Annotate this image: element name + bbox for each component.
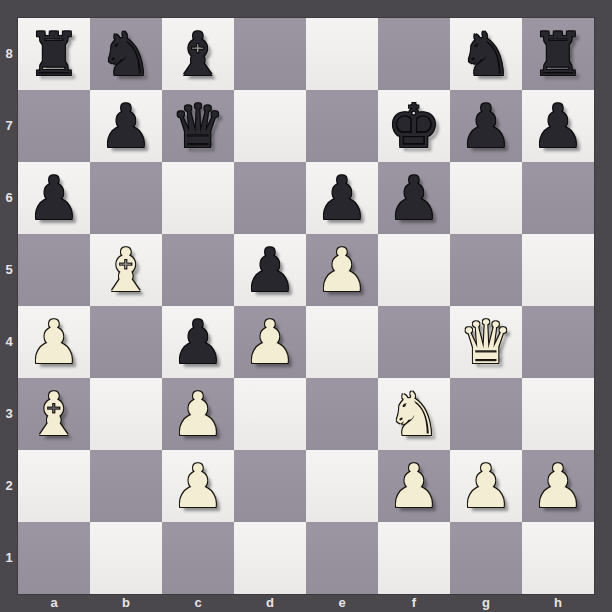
- square-c1[interactable]: [162, 522, 234, 594]
- square-a2[interactable]: [18, 450, 90, 522]
- square-b3[interactable]: [90, 378, 162, 450]
- square-f8[interactable]: [378, 18, 450, 90]
- square-e1[interactable]: [306, 522, 378, 594]
- square-a7[interactable]: [18, 90, 90, 162]
- square-g7[interactable]: ♟: [450, 90, 522, 162]
- black-pawn-icon[interactable]: ♟: [243, 240, 297, 300]
- square-g3[interactable]: [450, 378, 522, 450]
- square-e2[interactable]: [306, 450, 378, 522]
- white-pawn-icon[interactable]: ♟: [171, 384, 225, 444]
- square-f6[interactable]: ♟: [378, 162, 450, 234]
- square-b5[interactable]: ♝: [90, 234, 162, 306]
- rank-label-2: 2: [0, 450, 18, 522]
- file-label-c: c: [162, 594, 234, 612]
- square-g6[interactable]: [450, 162, 522, 234]
- white-pawn-icon[interactable]: ♟: [243, 312, 297, 372]
- square-d8[interactable]: [234, 18, 306, 90]
- white-bishop-icon[interactable]: ♝: [27, 384, 81, 444]
- rank-label-6: 6: [0, 162, 18, 234]
- rank-label-3: 3: [0, 378, 18, 450]
- square-f2[interactable]: ♟: [378, 450, 450, 522]
- square-a6[interactable]: ♟: [18, 162, 90, 234]
- white-queen-icon[interactable]: ♛: [459, 312, 513, 372]
- white-pawn-icon[interactable]: ♟: [387, 456, 441, 516]
- white-bishop-icon[interactable]: ♝: [99, 240, 153, 300]
- black-bishop-icon[interactable]: ♝: [171, 24, 225, 84]
- square-h1[interactable]: [522, 522, 594, 594]
- square-a4[interactable]: ♟: [18, 306, 90, 378]
- square-c5[interactable]: [162, 234, 234, 306]
- square-b7[interactable]: ♟: [90, 90, 162, 162]
- square-d3[interactable]: [234, 378, 306, 450]
- square-b6[interactable]: [90, 162, 162, 234]
- square-c8[interactable]: ♝: [162, 18, 234, 90]
- square-c4[interactable]: ♟: [162, 306, 234, 378]
- square-h6[interactable]: [522, 162, 594, 234]
- white-pawn-icon[interactable]: ♟: [459, 456, 513, 516]
- square-h4[interactable]: [522, 306, 594, 378]
- square-d2[interactable]: [234, 450, 306, 522]
- square-e7[interactable]: [306, 90, 378, 162]
- square-f5[interactable]: [378, 234, 450, 306]
- file-labels: abcdefgh: [18, 594, 594, 612]
- black-pawn-icon[interactable]: ♟: [531, 96, 585, 156]
- black-knight-icon[interactable]: ♞: [99, 24, 153, 84]
- square-g4[interactable]: ♛: [450, 306, 522, 378]
- chess-board-frame: 87654321 ♜♞♝♞♜♟♛♚♟♟♟♟♟♝♟♟♟♟♟♛♝♟♞♟♟♟♟ abc…: [0, 0, 612, 612]
- square-d5[interactable]: ♟: [234, 234, 306, 306]
- square-d1[interactable]: [234, 522, 306, 594]
- square-b8[interactable]: ♞: [90, 18, 162, 90]
- square-e4[interactable]: [306, 306, 378, 378]
- black-king-icon[interactable]: ♚: [387, 96, 441, 156]
- square-e3[interactable]: [306, 378, 378, 450]
- square-f4[interactable]: [378, 306, 450, 378]
- rank-label-7: 7: [0, 90, 18, 162]
- square-b2[interactable]: [90, 450, 162, 522]
- file-label-f: f: [378, 594, 450, 612]
- black-pawn-icon[interactable]: ♟: [315, 168, 369, 228]
- square-g5[interactable]: [450, 234, 522, 306]
- black-pawn-icon[interactable]: ♟: [459, 96, 513, 156]
- square-f1[interactable]: [378, 522, 450, 594]
- square-h3[interactable]: [522, 378, 594, 450]
- white-pawn-icon[interactable]: ♟: [531, 456, 585, 516]
- file-label-h: h: [522, 594, 594, 612]
- file-label-d: d: [234, 594, 306, 612]
- black-pawn-icon[interactable]: ♟: [99, 96, 153, 156]
- square-h2[interactable]: ♟: [522, 450, 594, 522]
- rank-label-8: 8: [0, 18, 18, 90]
- black-rook-icon[interactable]: ♜: [531, 24, 585, 84]
- square-d4[interactable]: ♟: [234, 306, 306, 378]
- square-a5[interactable]: [18, 234, 90, 306]
- square-a8[interactable]: ♜: [18, 18, 90, 90]
- black-pawn-icon[interactable]: ♟: [27, 168, 81, 228]
- square-b1[interactable]: [90, 522, 162, 594]
- file-label-a: a: [18, 594, 90, 612]
- file-label-b: b: [90, 594, 162, 612]
- rank-labels: 87654321: [0, 18, 18, 594]
- file-label-g: g: [450, 594, 522, 612]
- square-e6[interactable]: ♟: [306, 162, 378, 234]
- square-e5[interactable]: ♟: [306, 234, 378, 306]
- square-c7[interactable]: ♛: [162, 90, 234, 162]
- square-g2[interactable]: ♟: [450, 450, 522, 522]
- white-knight-icon[interactable]: ♞: [387, 384, 441, 444]
- square-h5[interactable]: [522, 234, 594, 306]
- chess-board: ♜♞♝♞♜♟♛♚♟♟♟♟♟♝♟♟♟♟♟♛♝♟♞♟♟♟♟: [18, 18, 594, 594]
- square-c2[interactable]: ♟: [162, 450, 234, 522]
- file-label-e: e: [306, 594, 378, 612]
- rank-label-5: 5: [0, 234, 18, 306]
- black-queen-icon[interactable]: ♛: [171, 96, 225, 156]
- square-h7[interactable]: ♟: [522, 90, 594, 162]
- square-g8[interactable]: ♞: [450, 18, 522, 90]
- rank-label-4: 4: [0, 306, 18, 378]
- white-pawn-icon[interactable]: ♟: [27, 312, 81, 372]
- square-f7[interactable]: ♚: [378, 90, 450, 162]
- square-b4[interactable]: [90, 306, 162, 378]
- square-a3[interactable]: ♝: [18, 378, 90, 450]
- square-g1[interactable]: [450, 522, 522, 594]
- black-pawn-icon[interactable]: ♟: [171, 312, 225, 372]
- square-d6[interactable]: [234, 162, 306, 234]
- square-d7[interactable]: [234, 90, 306, 162]
- square-f3[interactable]: ♞: [378, 378, 450, 450]
- black-pawn-icon[interactable]: ♟: [387, 168, 441, 228]
- rank-label-1: 1: [0, 522, 18, 594]
- black-rook-icon[interactable]: ♜: [27, 24, 81, 84]
- white-pawn-icon[interactable]: ♟: [171, 456, 225, 516]
- square-h8[interactable]: ♜: [522, 18, 594, 90]
- square-c3[interactable]: ♟: [162, 378, 234, 450]
- square-e8[interactable]: [306, 18, 378, 90]
- square-a1[interactable]: [18, 522, 90, 594]
- white-pawn-icon[interactable]: ♟: [315, 240, 369, 300]
- black-knight-icon[interactable]: ♞: [459, 24, 513, 84]
- square-c6[interactable]: [162, 162, 234, 234]
